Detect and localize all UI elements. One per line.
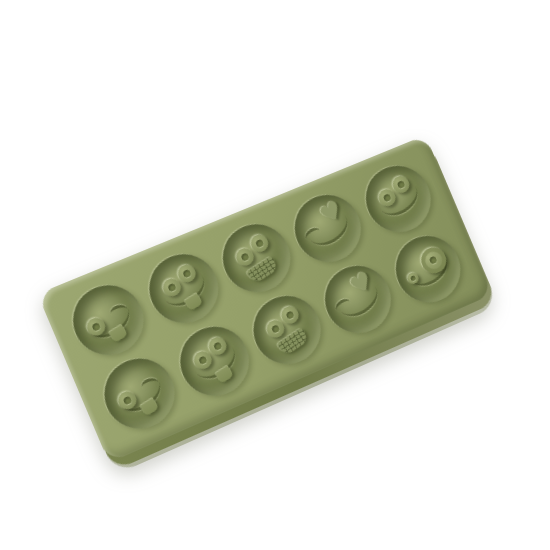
cavity-grin-teeth-r2c3 xyxy=(243,285,331,374)
tray-top-surface: ♥♥ xyxy=(37,135,492,463)
eye-dimple xyxy=(410,275,416,281)
photo-canvas: ♥♥ xyxy=(0,0,550,550)
eye-dimple xyxy=(198,355,207,364)
tray-shadow-wrap: ♥♥ xyxy=(0,0,550,550)
cavity-grid: ♥♥ xyxy=(37,135,492,463)
eye-dimple xyxy=(92,322,102,331)
ice-cube-tray: ♥♥ xyxy=(37,135,492,463)
eye-dimple xyxy=(255,239,264,248)
eye-dimple xyxy=(241,253,250,262)
eye-dimple xyxy=(167,283,176,292)
smile-mouth-icon xyxy=(80,293,136,345)
cavity-wink-tongue-r2c1 xyxy=(94,347,186,439)
eye-dimple xyxy=(182,269,191,278)
eye-dimple xyxy=(213,341,222,350)
cavity-zany-big-eye-r2c5 xyxy=(385,226,470,313)
smile-mouth-icon xyxy=(111,366,167,418)
eye-dimple xyxy=(383,194,392,203)
eye-dimple xyxy=(271,324,280,333)
cavity-eyes-tongue-r2c2 xyxy=(169,316,259,407)
eye-dimple xyxy=(285,310,294,319)
eye-dimple xyxy=(123,395,132,404)
eye-dimple xyxy=(429,256,438,265)
eye-dimple xyxy=(397,180,406,189)
